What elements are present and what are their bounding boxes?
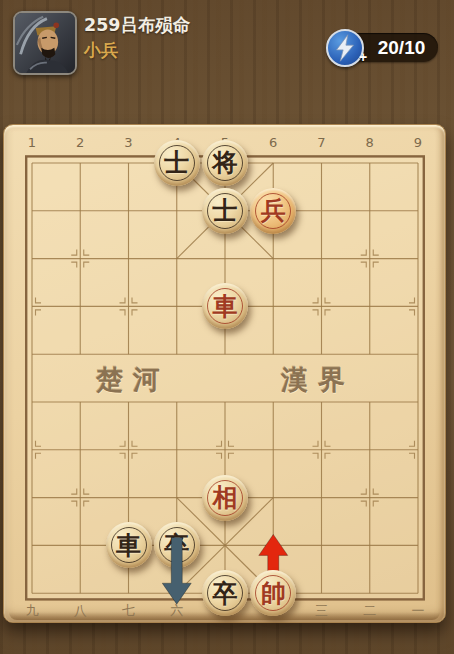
piece-black-chariot[interactable]: 車 <box>106 522 152 568</box>
piece-character: 兵 <box>250 188 296 234</box>
piece-red-soldier[interactable]: 兵 <box>250 188 296 234</box>
piece-red-chariot[interactable]: 車 <box>202 283 248 329</box>
piece-red-elephant[interactable]: 相 <box>202 475 248 521</box>
piece-red-general[interactable]: 帥 <box>250 570 296 616</box>
xiangqi-app: { "game": "xiangqi", "header": { "title"… <box>0 0 454 654</box>
piece-character: 車 <box>202 283 248 329</box>
piece-character: 相 <box>202 475 248 521</box>
piece-character: 卒 <box>154 522 200 568</box>
piece-black-soldier-2[interactable]: 卒 <box>202 570 248 616</box>
piece-black-advisor-2[interactable]: 士 <box>202 188 248 234</box>
piece-black-soldier-1[interactable]: 卒 <box>154 522 200 568</box>
piece-black-general[interactable]: 将 <box>202 140 248 186</box>
piece-character: 帥 <box>250 570 296 616</box>
xiangqi-board[interactable]: 士将士兵車相車卒卒帥 <box>8 139 442 617</box>
piece-character: 士 <box>154 140 200 186</box>
piece-character: 車 <box>106 522 152 568</box>
piece-character: 卒 <box>202 570 248 616</box>
piece-black-advisor-1[interactable]: 士 <box>154 140 200 186</box>
piece-character: 将 <box>202 140 248 186</box>
piece-character: 士 <box>202 188 248 234</box>
